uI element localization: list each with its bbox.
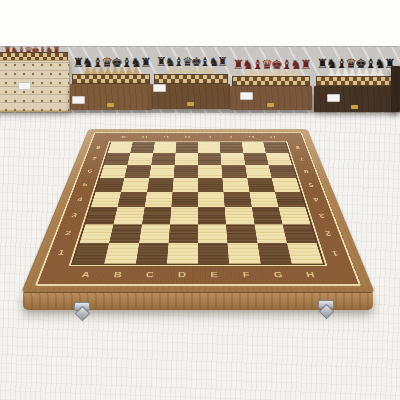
files-bottom-7: H [292,266,329,284]
square-b5 [121,178,149,192]
metal-hinge-right-icon [316,300,336,320]
files-top-5: F [219,133,241,141]
brass-latch-icon [267,103,274,107]
files-top-1: B [133,133,156,141]
background-chess-set-burgundy-set: ♜♞♝♛♚♝♞♜♟♟♟♟♟♟♟♟ [230,44,312,112]
square-a2 [80,224,114,243]
square-f5 [223,178,250,192]
files-bottom-3: D [165,266,198,284]
square-f8 [220,142,243,153]
price-tag [240,92,253,100]
square-e3 [198,207,226,224]
price-tag [72,96,85,104]
file-labels-bottom: ABCDEFGH [67,266,329,284]
square-b8 [130,142,154,153]
square-a1 [73,243,109,264]
metal-hinge-left-icon [72,302,92,322]
files-top-6: G [240,133,263,141]
background-box-front [0,60,70,112]
file-labels-top: ABCDEFGH [112,133,285,141]
square-f3 [225,207,254,224]
square-h6 [269,165,297,178]
square-g6 [245,165,272,178]
shelf-of-chess-sets: ♜♞♝♛♚♝♞♜♟♟♟♟♟♟♟♟♜♞♝♛♚♝♞♜♟♟♟♟♟♟♟♟♜♞♝♛♚♝♞♜… [0,44,400,112]
background-box-front [391,66,400,112]
square-g2 [254,224,287,243]
square-c7 [151,153,175,165]
background-chess-set-walnut-boxwood-set: ♜♞♝♛♚♝♞♜♟♟♟♟♟♟♟♟ [70,44,152,112]
files-bottom-1: B [100,266,136,284]
square-h2 [282,224,316,243]
ranks-left-6: 7 [83,153,105,165]
ranks-left-7: 8 [88,142,109,153]
square-h4 [275,192,305,207]
background-chess-set-walnut-set-2: ♜♞♝♛♚♝♞♜♟♟♟♟♟♟♟♟ [152,44,230,112]
square-d6 [173,165,198,178]
upper-wall [0,0,400,46]
square-e7 [198,153,222,165]
square-e8 [198,142,221,153]
square-e6 [198,165,223,178]
square-f7 [221,153,245,165]
square-g5 [247,178,275,192]
inner-pinstripe [69,141,328,266]
background-board-surface [316,76,394,86]
files-top-3: D [176,133,198,141]
files-top-7: H [261,133,284,141]
files-bottom-6: G [261,266,297,284]
square-g8 [241,142,265,153]
inner-dark-line [71,142,325,265]
square-h3 [278,207,310,224]
files-top-0: A [112,133,135,141]
background-chess-set-black-ivory-set: ♜♞♝♛♚♝♞♜♟♟♟♟♟♟♟♟ [314,44,396,112]
background-board-surface [154,74,228,84]
playing-field [73,142,323,263]
square-c8 [153,142,176,153]
square-e4 [198,192,225,207]
square-b3 [114,207,145,224]
square-d4 [171,192,198,207]
square-d2 [168,224,198,243]
square-h1 [287,243,323,264]
square-e2 [198,224,228,243]
square-c4 [144,192,172,207]
square-b6 [124,165,151,178]
square-e5 [198,178,224,192]
price-tag [327,94,340,102]
square-f6 [222,165,248,178]
square-f4 [224,192,252,207]
square-h8 [263,142,288,153]
square-b7 [127,153,152,165]
price-tag [18,82,31,90]
square-f2 [226,224,257,243]
brass-latch-icon [107,103,114,107]
brass-latch-icon [351,105,358,109]
square-d7 [174,153,198,165]
background-board-surface [232,76,310,86]
square-a4 [91,192,121,207]
square-d1 [167,243,198,264]
square-c1 [136,243,169,264]
files-bottom-4: E [198,266,231,284]
background-chess-set-carved-cream-set: ♜♞♝♛♚♝♞♜♟♟♟♟♟♟♟♟ [0,44,70,112]
square-g3 [252,207,283,224]
square-d5 [172,178,198,192]
square-g1 [257,243,291,264]
square-d8 [175,142,198,153]
files-top-2: C [155,133,177,141]
square-b1 [104,243,138,264]
square-a5 [96,178,125,192]
square-b4 [118,192,147,207]
price-tag [153,84,166,92]
shop-photo-scene: ♜♞♝♛♚♝♞♜♟♟♟♟♟♟♟♟♜♞♝♛♚♝♞♜♟♟♟♟♟♟♟♟♜♞♝♛♚♝♞♜… [0,0,400,400]
background-chess-set-partial-set-right-edge [391,44,400,112]
square-d3 [170,207,198,224]
files-bottom-5: F [229,266,263,284]
square-e1 [198,243,229,264]
square-c2 [139,224,170,243]
files-bottom-2: C [132,266,166,284]
brass-latch-icon [187,102,194,106]
square-b2 [109,224,142,243]
square-a8 [108,142,133,153]
square-f1 [228,243,261,264]
square-c5 [147,178,174,192]
square-a6 [100,165,128,178]
square-g4 [249,192,278,207]
square-h7 [266,153,292,165]
files-top-4: E [198,133,220,141]
files-bottom-0: A [67,266,104,284]
background-board-surface [72,74,150,84]
square-a3 [85,207,117,224]
square-c6 [149,165,175,178]
square-g7 [243,153,268,165]
square-h5 [272,178,301,192]
square-c3 [142,207,171,224]
square-a7 [104,153,130,165]
